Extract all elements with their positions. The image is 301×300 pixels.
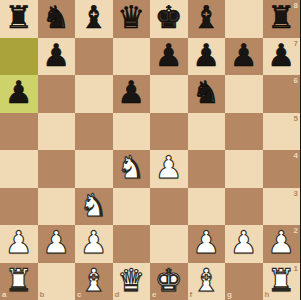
square-c7[interactable] (75, 38, 113, 76)
square-b5[interactable] (38, 113, 76, 151)
piece-white-pawn[interactable]: ♟ (230, 227, 258, 258)
square-f2[interactable]: ♟ (188, 225, 226, 263)
square-g3[interactable] (225, 188, 263, 226)
piece-white-bishop[interactable]: ♝ (80, 265, 108, 296)
piece-white-pawn[interactable]: ♟ (42, 227, 70, 258)
square-h8[interactable]: ♜8 (263, 0, 301, 38)
square-d2[interactable] (113, 225, 151, 263)
rank-label-3: 3 (294, 190, 298, 198)
square-d6[interactable]: ♟ (113, 75, 151, 113)
square-g6[interactable] (225, 75, 263, 113)
piece-white-rook[interactable]: ♜ (267, 265, 295, 296)
piece-white-knight[interactable]: ♞ (80, 190, 108, 221)
square-c5[interactable] (75, 113, 113, 151)
square-a7[interactable] (0, 38, 38, 76)
piece-black-rook[interactable]: ♜ (5, 2, 33, 33)
piece-black-knight[interactable]: ♞ (42, 2, 70, 33)
square-f4[interactable] (188, 150, 226, 188)
rank-label-4: 4 (294, 152, 298, 160)
piece-white-pawn[interactable]: ♟ (155, 152, 183, 183)
piece-white-bishop[interactable]: ♝ (192, 265, 220, 296)
square-a5[interactable] (0, 113, 38, 151)
chess-board-container: ♜♞♝♛♚♝♜8♟♟♟♟♟7♟♟♞65♞♟4♞3♟♟♟♟♟♟2♜ab♝c♛d♚e… (0, 0, 300, 300)
square-h5[interactable]: 5 (263, 113, 301, 151)
square-f6[interactable]: ♞ (188, 75, 226, 113)
square-a2[interactable]: ♟ (0, 225, 38, 263)
square-g7[interactable]: ♟ (225, 38, 263, 76)
square-b7[interactable]: ♟ (38, 38, 76, 76)
square-b8[interactable]: ♞ (38, 0, 76, 38)
square-h1[interactable]: ♜1h (263, 263, 301, 300)
file-label-a: a (2, 291, 6, 299)
square-c6[interactable] (75, 75, 113, 113)
square-c8[interactable]: ♝ (75, 0, 113, 38)
piece-black-pawn[interactable]: ♟ (230, 40, 258, 71)
piece-black-pawn[interactable]: ♟ (5, 77, 33, 108)
piece-black-rook[interactable]: ♜ (267, 2, 295, 33)
piece-white-knight[interactable]: ♞ (117, 152, 145, 183)
square-g8[interactable] (225, 0, 263, 38)
piece-black-knight[interactable]: ♞ (192, 77, 220, 108)
square-g5[interactable] (225, 113, 263, 151)
square-c4[interactable] (75, 150, 113, 188)
square-h4[interactable]: 4 (263, 150, 301, 188)
piece-white-queen[interactable]: ♛ (117, 265, 145, 296)
piece-black-pawn[interactable]: ♟ (267, 40, 295, 71)
square-a4[interactable] (0, 150, 38, 188)
square-b6[interactable] (38, 75, 76, 113)
piece-black-queen[interactable]: ♛ (117, 2, 145, 33)
piece-black-pawn[interactable]: ♟ (42, 40, 70, 71)
piece-white-pawn[interactable]: ♟ (267, 227, 295, 258)
square-c1[interactable]: ♝c (75, 263, 113, 300)
square-f7[interactable]: ♟ (188, 38, 226, 76)
square-e8[interactable]: ♚ (150, 0, 188, 38)
square-b4[interactable] (38, 150, 76, 188)
piece-white-rook[interactable]: ♜ (5, 265, 33, 296)
piece-black-bishop[interactable]: ♝ (192, 2, 220, 33)
square-b2[interactable]: ♟ (38, 225, 76, 263)
piece-white-pawn[interactable]: ♟ (192, 227, 220, 258)
square-a6[interactable]: ♟ (0, 75, 38, 113)
square-g1[interactable]: g (225, 263, 263, 300)
square-h6[interactable]: 6 (263, 75, 301, 113)
square-a3[interactable] (0, 188, 38, 226)
file-label-h: h (265, 291, 270, 299)
file-label-e: e (152, 291, 156, 299)
file-label-g: g (227, 291, 232, 299)
square-g2[interactable]: ♟ (225, 225, 263, 263)
square-e6[interactable] (150, 75, 188, 113)
square-e4[interactable]: ♟ (150, 150, 188, 188)
file-label-b: b (40, 291, 45, 299)
piece-black-pawn[interactable]: ♟ (192, 40, 220, 71)
square-e1[interactable]: ♚e (150, 263, 188, 300)
piece-white-pawn[interactable]: ♟ (5, 227, 33, 258)
square-f8[interactable]: ♝ (188, 0, 226, 38)
file-label-f: f (190, 291, 193, 299)
square-d3[interactable] (113, 188, 151, 226)
square-d1[interactable]: ♛d (113, 263, 151, 300)
square-c2[interactable]: ♟ (75, 225, 113, 263)
file-label-c: c (77, 291, 81, 299)
square-d7[interactable] (113, 38, 151, 76)
rank-label-8: 8 (294, 2, 298, 10)
square-h7[interactable]: ♟7 (263, 38, 301, 76)
square-f5[interactable] (188, 113, 226, 151)
rank-label-1: 1 (294, 265, 298, 273)
square-d4[interactable]: ♞ (113, 150, 151, 188)
chess-board: ♜♞♝♛♚♝♜8♟♟♟♟♟7♟♟♞65♞♟4♞3♟♟♟♟♟♟2♜ab♝c♛d♚e… (0, 0, 300, 300)
square-a8[interactable]: ♜ (0, 0, 38, 38)
rank-label-7: 7 (294, 40, 298, 48)
piece-black-bishop[interactable]: ♝ (80, 2, 108, 33)
square-e3[interactable] (150, 188, 188, 226)
piece-black-pawn[interactable]: ♟ (155, 40, 183, 71)
square-d5[interactable] (113, 113, 151, 151)
piece-black-king[interactable]: ♚ (155, 2, 183, 33)
square-b1[interactable]: b (38, 263, 76, 300)
file-label-d: d (115, 291, 120, 299)
square-d8[interactable]: ♛ (113, 0, 151, 38)
rank-label-5: 5 (294, 115, 298, 123)
square-a1[interactable]: ♜a (0, 263, 38, 300)
square-c3[interactable]: ♞ (75, 188, 113, 226)
piece-white-pawn[interactable]: ♟ (80, 227, 108, 258)
piece-black-pawn[interactable]: ♟ (117, 77, 145, 108)
square-b3[interactable] (38, 188, 76, 226)
square-e7[interactable]: ♟ (150, 38, 188, 76)
square-f3[interactable] (188, 188, 226, 226)
rank-label-2: 2 (294, 227, 298, 235)
square-e5[interactable] (150, 113, 188, 151)
square-e2[interactable] (150, 225, 188, 263)
square-f1[interactable]: ♝f (188, 263, 226, 300)
piece-white-king[interactable]: ♚ (155, 265, 183, 296)
square-h2[interactable]: ♟2 (263, 225, 301, 263)
rank-label-6: 6 (294, 77, 298, 85)
square-g4[interactable] (225, 150, 263, 188)
square-h3[interactable]: 3 (263, 188, 301, 226)
